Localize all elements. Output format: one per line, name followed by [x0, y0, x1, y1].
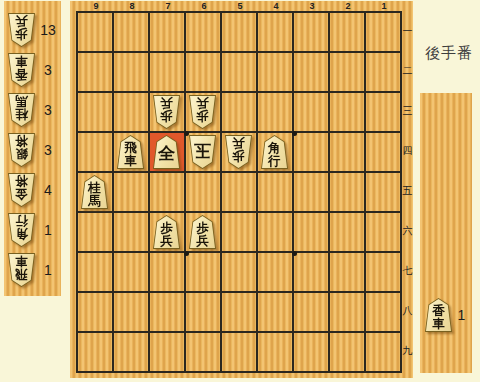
- piece-gote-knight[interactable]: 桂馬: [8, 93, 35, 127]
- square-3-4[interactable]: [294, 133, 330, 173]
- piece-sente-lance[interactable]: 香車: [425, 298, 452, 332]
- square-4-2[interactable]: [258, 53, 294, 93]
- square-4-3[interactable]: [258, 93, 294, 133]
- gote-hand-knight: 桂馬3: [8, 93, 61, 133]
- gote-hand-rook-count: 1: [35, 253, 61, 278]
- square-2-1[interactable]: [330, 13, 366, 53]
- square-1-6[interactable]: [366, 213, 402, 253]
- square-3-1[interactable]: [294, 13, 330, 53]
- square-7-1[interactable]: [150, 13, 186, 53]
- square-3-5[interactable]: [294, 173, 330, 213]
- square-2-4[interactable]: [330, 133, 366, 173]
- square-2-8[interactable]: [330, 293, 366, 333]
- piece-gote-lance[interactable]: 香車: [8, 53, 35, 87]
- sente-hand-tray: 香車1: [420, 93, 472, 373]
- rank-label-2: 二: [402, 53, 413, 93]
- square-4-7[interactable]: [258, 253, 294, 293]
- gote-hand-pawn-count: 13: [35, 13, 61, 38]
- square-4-6[interactable]: [258, 213, 294, 253]
- shogi-board: 987654321 歩兵歩兵飛車全玉歩兵角行桂馬歩兵歩兵 一二三四五六七八九: [70, 1, 413, 378]
- square-1-4[interactable]: [366, 133, 402, 173]
- square-1-5[interactable]: [366, 173, 402, 213]
- piece-gote-pawn[interactable]: 歩兵: [8, 13, 35, 47]
- square-5-5[interactable]: [222, 173, 258, 213]
- gote-hand-lance-count: 3: [35, 53, 61, 78]
- square-9-6[interactable]: [78, 213, 114, 253]
- square-7-8[interactable]: [150, 293, 186, 333]
- piece-sente-pawn[interactable]: 歩兵: [153, 215, 180, 249]
- gote-hand-knight-count: 3: [35, 93, 61, 118]
- square-2-7[interactable]: [330, 253, 366, 293]
- square-6-3[interactable]: 歩兵: [186, 93, 222, 133]
- square-5-2[interactable]: [222, 53, 258, 93]
- square-4-4[interactable]: 角行: [258, 133, 294, 173]
- square-6-1[interactable]: [186, 13, 222, 53]
- rank-label-9: 九: [402, 333, 413, 373]
- square-1-9[interactable]: [366, 333, 402, 373]
- piece-gote-silver[interactable]: 銀将: [8, 133, 35, 167]
- gote-hand-gold-count: 4: [35, 173, 61, 198]
- square-9-1[interactable]: [78, 13, 114, 53]
- square-5-7[interactable]: [222, 253, 258, 293]
- square-7-6[interactable]: 歩兵: [150, 213, 186, 253]
- star-point: [184, 131, 189, 136]
- square-5-1[interactable]: [222, 13, 258, 53]
- piece-sente-bishop[interactable]: 角行: [261, 135, 288, 169]
- square-1-8[interactable]: [366, 293, 402, 333]
- piece-gote-pawn[interactable]: 歩兵: [153, 95, 180, 129]
- square-4-1[interactable]: [258, 13, 294, 53]
- board-grid: 歩兵歩兵飛車全玉歩兵角行桂馬歩兵歩兵: [76, 11, 402, 373]
- square-8-6[interactable]: [114, 213, 150, 253]
- star-point: [184, 251, 189, 256]
- square-1-7[interactable]: [366, 253, 402, 293]
- gote-hand-gold: 金将4: [8, 173, 61, 213]
- square-4-5[interactable]: [258, 173, 294, 213]
- gote-hand-pawn: 歩兵13: [8, 13, 61, 53]
- piece-sente-knight[interactable]: 桂馬: [81, 175, 108, 209]
- piece-gote-rook[interactable]: 飛車: [8, 253, 35, 287]
- square-3-6[interactable]: [294, 213, 330, 253]
- rank-label-4: 四: [402, 133, 413, 173]
- square-3-7[interactable]: [294, 253, 330, 293]
- square-8-9[interactable]: [114, 333, 150, 373]
- square-8-1[interactable]: [114, 13, 150, 53]
- square-2-5[interactable]: [330, 173, 366, 213]
- rank-label-7: 七: [402, 253, 413, 293]
- shogi-diagram: 歩兵13香車3桂馬3銀将3金将4角行1飛車1 987654321 歩兵歩兵飛車全…: [0, 0, 480, 382]
- piece-gote-bishop[interactable]: 角行: [8, 213, 35, 247]
- piece-sente-pawn[interactable]: 歩兵: [189, 215, 216, 249]
- gote-hand-lance: 香車3: [8, 53, 61, 93]
- square-8-4[interactable]: 飛車: [114, 133, 150, 173]
- square-4-8[interactable]: [258, 293, 294, 333]
- square-5-8[interactable]: [222, 293, 258, 333]
- sente-hand-lance: 香車1: [425, 298, 471, 338]
- square-6-2[interactable]: [186, 53, 222, 93]
- square-6-7[interactable]: [186, 253, 222, 293]
- square-6-9[interactable]: [186, 333, 222, 373]
- square-3-9[interactable]: [294, 333, 330, 373]
- square-6-4[interactable]: 玉: [186, 133, 222, 173]
- square-2-2[interactable]: [330, 53, 366, 93]
- star-point: [292, 251, 297, 256]
- square-5-9[interactable]: [222, 333, 258, 373]
- square-7-2[interactable]: [150, 53, 186, 93]
- square-8-5[interactable]: [114, 173, 150, 213]
- square-3-2[interactable]: [294, 53, 330, 93]
- square-2-3[interactable]: [330, 93, 366, 133]
- square-5-3[interactable]: [222, 93, 258, 133]
- square-2-9[interactable]: [330, 333, 366, 373]
- square-9-7[interactable]: [78, 253, 114, 293]
- square-8-2[interactable]: [114, 53, 150, 93]
- piece-gote-gold[interactable]: 金将: [8, 173, 35, 207]
- sente-hand-lance-count: 1: [452, 298, 471, 323]
- square-8-7[interactable]: [114, 253, 150, 293]
- piece-gote-pawn[interactable]: 歩兵: [225, 135, 252, 169]
- piece-sente-promoted-silver[interactable]: 全: [153, 135, 180, 169]
- square-9-2[interactable]: [78, 53, 114, 93]
- square-7-7[interactable]: [150, 253, 186, 293]
- square-9-8[interactable]: [78, 293, 114, 333]
- square-7-4[interactable]: 全: [150, 133, 186, 173]
- rank-label-5: 五: [402, 173, 413, 213]
- square-8-3[interactable]: [114, 93, 150, 133]
- rank-label-1: 一: [402, 13, 413, 53]
- piece-gote-king[interactable]: 玉: [189, 135, 216, 169]
- rank-labels: 一二三四五六七八九: [402, 13, 413, 373]
- gote-hand-silver: 銀将3: [8, 133, 61, 173]
- square-8-8[interactable]: [114, 293, 150, 333]
- square-9-4[interactable]: [78, 133, 114, 173]
- square-9-3[interactable]: [78, 93, 114, 133]
- piece-sente-rook[interactable]: 飛車: [117, 135, 144, 169]
- square-2-6[interactable]: [330, 213, 366, 253]
- square-5-6[interactable]: [222, 213, 258, 253]
- square-6-8[interactable]: [186, 293, 222, 333]
- rank-label-6: 六: [402, 213, 413, 253]
- gote-hand-rook: 飛車1: [8, 253, 61, 293]
- square-6-6[interactable]: 歩兵: [186, 213, 222, 253]
- rank-label-8: 八: [402, 293, 413, 333]
- gote-hand-bishop-count: 1: [35, 213, 61, 238]
- gote-hand-bishop: 角行1: [8, 213, 61, 253]
- square-6-5[interactable]: [186, 173, 222, 213]
- piece-gote-pawn[interactable]: 歩兵: [189, 95, 216, 129]
- square-3-3[interactable]: [294, 93, 330, 133]
- gote-hand-silver-count: 3: [35, 133, 61, 158]
- square-7-5[interactable]: [150, 173, 186, 213]
- square-7-3[interactable]: 歩兵: [150, 93, 186, 133]
- square-5-4[interactable]: 歩兵: [222, 133, 258, 173]
- square-9-9[interactable]: [78, 333, 114, 373]
- square-3-8[interactable]: [294, 293, 330, 333]
- rank-label-3: 三: [402, 93, 413, 133]
- gote-hand-tray: 歩兵13香車3桂馬3銀将3金将4角行1飛車1: [4, 1, 61, 296]
- turn-indicator: 後手番: [421, 44, 477, 63]
- square-9-5[interactable]: 桂馬: [78, 173, 114, 213]
- square-1-1[interactable]: [366, 13, 402, 53]
- square-7-9[interactable]: [150, 333, 186, 373]
- star-point: [292, 131, 297, 136]
- square-1-3[interactable]: [366, 93, 402, 133]
- square-4-9[interactable]: [258, 333, 294, 373]
- square-1-2[interactable]: [366, 53, 402, 93]
